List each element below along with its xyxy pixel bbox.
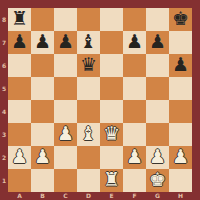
- file-label-e: E: [100, 190, 123, 200]
- square-d5[interactable]: [77, 77, 100, 100]
- square-b7[interactable]: ♟: [31, 31, 54, 54]
- square-e2[interactable]: [100, 146, 123, 169]
- square-h1[interactable]: [169, 169, 192, 192]
- square-h4[interactable]: [169, 100, 192, 123]
- piece-white-queen-e3[interactable]: ♛: [103, 124, 120, 143]
- piece-black-pawn-a7[interactable]: ♟: [11, 32, 28, 51]
- file-label-g: G: [146, 190, 169, 200]
- square-g5[interactable]: [146, 77, 169, 100]
- square-a5[interactable]: [8, 77, 31, 100]
- square-h2[interactable]: ♟: [169, 146, 192, 169]
- piece-white-pawn-h2[interactable]: ♟: [172, 147, 189, 166]
- square-f8[interactable]: [123, 8, 146, 31]
- square-a7[interactable]: ♟: [8, 31, 31, 54]
- square-g6[interactable]: [146, 54, 169, 77]
- square-a1[interactable]: [8, 169, 31, 192]
- file-label-b: B: [31, 190, 54, 200]
- chess-board: ♜♚♟♟♟♝♟♟♛♟♟♝♛♟♟♟♟♟♜♚: [8, 8, 192, 192]
- square-c6[interactable]: [54, 54, 77, 77]
- square-b6[interactable]: [31, 54, 54, 77]
- square-f6[interactable]: [123, 54, 146, 77]
- square-b1[interactable]: [31, 169, 54, 192]
- square-b3[interactable]: [31, 123, 54, 146]
- square-a3[interactable]: [8, 123, 31, 146]
- piece-white-pawn-b2[interactable]: ♟: [34, 147, 51, 166]
- square-d8[interactable]: [77, 8, 100, 31]
- piece-white-pawn-c3[interactable]: ♟: [57, 124, 74, 143]
- square-b5[interactable]: [31, 77, 54, 100]
- square-c8[interactable]: [54, 8, 77, 31]
- piece-black-bishop-d7[interactable]: ♝: [80, 32, 97, 51]
- file-label-a: A: [8, 190, 31, 200]
- piece-black-queen-d6[interactable]: ♛: [80, 55, 97, 74]
- square-f5[interactable]: [123, 77, 146, 100]
- piece-white-pawn-a2[interactable]: ♟: [11, 147, 28, 166]
- piece-black-pawn-h6[interactable]: ♟: [172, 55, 189, 74]
- square-d6[interactable]: ♛: [77, 54, 100, 77]
- rank-label-2: 2: [0, 146, 8, 169]
- piece-black-pawn-c7[interactable]: ♟: [57, 32, 74, 51]
- square-g3[interactable]: [146, 123, 169, 146]
- square-d1[interactable]: [77, 169, 100, 192]
- square-e1[interactable]: ♜: [100, 169, 123, 192]
- piece-white-rook-e1[interactable]: ♜: [103, 170, 120, 189]
- square-c1[interactable]: [54, 169, 77, 192]
- square-c7[interactable]: ♟: [54, 31, 77, 54]
- square-h6[interactable]: ♟: [169, 54, 192, 77]
- square-g2[interactable]: ♟: [146, 146, 169, 169]
- piece-white-bishop-d3[interactable]: ♝: [80, 124, 97, 143]
- file-label-d: D: [77, 190, 100, 200]
- piece-black-king-h8[interactable]: ♚: [172, 9, 189, 28]
- rank-label-3: 3: [0, 123, 8, 146]
- piece-black-pawn-b7[interactable]: ♟: [34, 32, 51, 51]
- square-h5[interactable]: [169, 77, 192, 100]
- square-c5[interactable]: [54, 77, 77, 100]
- square-a2[interactable]: ♟: [8, 146, 31, 169]
- piece-black-rook-a8[interactable]: ♜: [11, 9, 28, 28]
- square-h3[interactable]: [169, 123, 192, 146]
- square-d7[interactable]: ♝: [77, 31, 100, 54]
- piece-white-pawn-g2[interactable]: ♟: [149, 147, 166, 166]
- square-a4[interactable]: [8, 100, 31, 123]
- square-e4[interactable]: [100, 100, 123, 123]
- square-e6[interactable]: [100, 54, 123, 77]
- square-e3[interactable]: ♛: [100, 123, 123, 146]
- file-label-h: H: [169, 190, 192, 200]
- piece-white-pawn-f2[interactable]: ♟: [126, 147, 143, 166]
- rank-label-5: 5: [0, 77, 8, 100]
- square-f1[interactable]: [123, 169, 146, 192]
- square-f2[interactable]: ♟: [123, 146, 146, 169]
- square-g7[interactable]: ♟: [146, 31, 169, 54]
- square-c2[interactable]: [54, 146, 77, 169]
- square-e7[interactable]: [100, 31, 123, 54]
- square-h7[interactable]: [169, 31, 192, 54]
- piece-black-pawn-g7[interactable]: ♟: [149, 32, 166, 51]
- square-d4[interactable]: [77, 100, 100, 123]
- square-a8[interactable]: ♜: [8, 8, 31, 31]
- chess-board-frame: ♜♚♟♟♟♝♟♟♛♟♟♝♛♟♟♟♟♟♜♚ 87654321ABCDEFGH: [0, 0, 200, 200]
- piece-black-pawn-f7[interactable]: ♟: [126, 32, 143, 51]
- square-h8[interactable]: ♚: [169, 8, 192, 31]
- square-g8[interactable]: [146, 8, 169, 31]
- rank-label-8: 8: [0, 8, 8, 31]
- square-b2[interactable]: ♟: [31, 146, 54, 169]
- file-label-f: F: [123, 190, 146, 200]
- square-c3[interactable]: ♟: [54, 123, 77, 146]
- square-f4[interactable]: [123, 100, 146, 123]
- square-g4[interactable]: [146, 100, 169, 123]
- rank-label-1: 1: [0, 169, 8, 192]
- square-d3[interactable]: ♝: [77, 123, 100, 146]
- square-g1[interactable]: ♚: [146, 169, 169, 192]
- square-a6[interactable]: [8, 54, 31, 77]
- piece-white-king-g1[interactable]: ♚: [149, 170, 166, 189]
- square-f3[interactable]: [123, 123, 146, 146]
- square-b8[interactable]: [31, 8, 54, 31]
- square-e8[interactable]: [100, 8, 123, 31]
- rank-label-6: 6: [0, 54, 8, 77]
- rank-label-4: 4: [0, 100, 8, 123]
- square-d2[interactable]: [77, 146, 100, 169]
- square-f7[interactable]: ♟: [123, 31, 146, 54]
- square-c4[interactable]: [54, 100, 77, 123]
- file-label-c: C: [54, 190, 77, 200]
- square-e5[interactable]: [100, 77, 123, 100]
- rank-label-7: 7: [0, 31, 8, 54]
- square-b4[interactable]: [31, 100, 54, 123]
